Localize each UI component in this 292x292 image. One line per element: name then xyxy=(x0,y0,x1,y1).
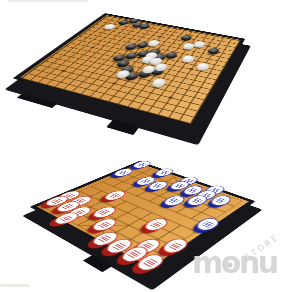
go-stone-white xyxy=(150,77,168,88)
frame-latch xyxy=(83,255,113,273)
xiangqi-piece-blue-chariot xyxy=(130,160,154,170)
go-stone-white xyxy=(148,57,164,66)
cropped-text-artifact-bottom xyxy=(0,284,30,287)
star-point xyxy=(62,70,66,72)
go-stone-white xyxy=(181,42,196,50)
xiangqi-piece-red-soldier xyxy=(130,236,165,256)
xiangqi-piece-red-elephant xyxy=(64,205,95,220)
go-stone-black xyxy=(111,54,128,63)
star-point xyxy=(91,47,94,48)
cropped-text-artifact-top xyxy=(8,0,88,2)
go-stone-black xyxy=(206,47,221,55)
go-stone-black xyxy=(136,69,153,79)
go-stone-black xyxy=(149,67,166,77)
go-stone-black xyxy=(115,59,132,68)
star-point xyxy=(206,45,209,46)
go-stone-white xyxy=(146,39,161,47)
go-stone-white xyxy=(195,62,211,71)
xiangqi-piece-red-advisor xyxy=(89,205,120,220)
go-stone-black xyxy=(119,65,136,75)
go-stone-white xyxy=(102,24,117,30)
xiangqi-piece-red-soldier xyxy=(140,216,172,233)
go-stone-white xyxy=(140,65,157,75)
go-stone-black xyxy=(179,34,193,41)
frame-latch xyxy=(106,119,139,135)
star-point xyxy=(159,36,162,37)
go-stone-white xyxy=(114,69,132,79)
watermark-brand: monu xyxy=(192,248,277,278)
star-point xyxy=(112,82,116,84)
go-stone-black xyxy=(117,19,131,25)
go-stone-white xyxy=(180,55,196,64)
star-point xyxy=(138,57,141,59)
watermark: monu STORE xyxy=(190,240,292,292)
go-stone-black xyxy=(123,43,139,51)
star-point xyxy=(168,96,172,98)
go-stone-black xyxy=(123,71,141,81)
frame-step xyxy=(16,93,57,108)
star-point xyxy=(189,68,192,70)
product-photo: monu STORE xyxy=(0,0,292,292)
xiangqi-piece-red-soldier xyxy=(101,189,130,202)
star-point xyxy=(115,27,118,28)
go-board-set xyxy=(12,13,245,128)
xiangqi-piece-blue-horse xyxy=(152,167,177,177)
xiangqi-piece-red-general xyxy=(88,216,121,233)
xiangqi-piece-blue-soldier xyxy=(111,167,137,177)
xiangqi-piece-blue-soldier xyxy=(160,194,188,208)
watermark-o-mark: o xyxy=(221,248,239,278)
go-stone-white xyxy=(153,63,170,72)
